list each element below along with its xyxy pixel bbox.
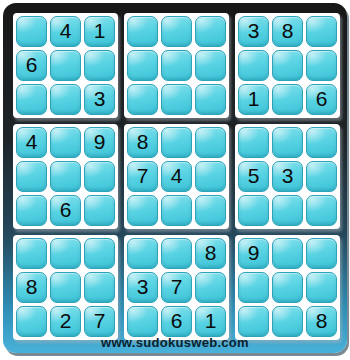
cell-r1c1[interactable] xyxy=(16,16,47,47)
cell-r2c5[interactable] xyxy=(161,50,192,81)
given-digit: 1 xyxy=(248,88,260,109)
box-r3c3: 98 xyxy=(235,235,340,340)
cell-r2c1[interactable]: 6 xyxy=(16,50,47,81)
cell-r9c3[interactable]: 7 xyxy=(84,306,115,337)
cell-r7c5[interactable] xyxy=(161,238,192,269)
given-digit: 3 xyxy=(137,276,149,297)
cell-r9c7[interactable] xyxy=(238,306,269,337)
cell-r7c4[interactable] xyxy=(127,238,158,269)
given-digit: 3 xyxy=(94,88,106,109)
given-digit: 9 xyxy=(94,131,106,152)
given-digit: 6 xyxy=(171,310,183,331)
cell-r8c1[interactable]: 8 xyxy=(16,272,47,303)
given-digit: 8 xyxy=(205,242,217,263)
cell-r8c9[interactable] xyxy=(306,272,337,303)
cell-r4c7[interactable] xyxy=(238,127,269,158)
cell-r2c8[interactable] xyxy=(272,50,303,81)
cell-r9c2[interactable]: 2 xyxy=(50,306,81,337)
given-digit: 8 xyxy=(282,20,294,41)
cell-r2c3[interactable] xyxy=(84,50,115,81)
cell-r4c1[interactable]: 4 xyxy=(16,127,47,158)
cell-r3c7[interactable]: 1 xyxy=(238,84,269,115)
cell-r6c6[interactable] xyxy=(195,195,226,226)
box-r2c1: 496 xyxy=(13,124,118,229)
cell-r6c4[interactable] xyxy=(127,195,158,226)
cell-r1c2[interactable]: 4 xyxy=(50,16,81,47)
sudoku-board-frame: 41633816496874538278376198 www.sudokuswe… xyxy=(3,3,347,353)
cell-r6c7[interactable] xyxy=(238,195,269,226)
given-digit: 1 xyxy=(205,310,217,331)
given-digit: 6 xyxy=(316,88,328,109)
cell-r2c7[interactable] xyxy=(238,50,269,81)
cell-r4c6[interactable] xyxy=(195,127,226,158)
cell-r5c7[interactable]: 5 xyxy=(238,161,269,192)
cell-r4c8[interactable] xyxy=(272,127,303,158)
cell-r8c4[interactable]: 3 xyxy=(127,272,158,303)
cell-r7c9[interactable] xyxy=(306,238,337,269)
cell-r4c2[interactable] xyxy=(50,127,81,158)
cell-r9c4[interactable] xyxy=(127,306,158,337)
given-digit: 7 xyxy=(171,276,183,297)
cell-r6c8[interactable] xyxy=(272,195,303,226)
cell-r3c2[interactable] xyxy=(50,84,81,115)
cell-r6c2[interactable]: 6 xyxy=(50,195,81,226)
cell-r2c9[interactable] xyxy=(306,50,337,81)
cell-r5c1[interactable] xyxy=(16,161,47,192)
cell-r6c1[interactable] xyxy=(16,195,47,226)
cell-r2c2[interactable] xyxy=(50,50,81,81)
given-digit: 3 xyxy=(282,165,294,186)
cell-r1c3[interactable]: 1 xyxy=(84,16,115,47)
cell-r4c9[interactable] xyxy=(306,127,337,158)
cell-r8c2[interactable] xyxy=(50,272,81,303)
box-r2c3: 53 xyxy=(235,124,340,229)
cell-r7c1[interactable] xyxy=(16,238,47,269)
cell-r1c5[interactable] xyxy=(161,16,192,47)
cell-r5c3[interactable] xyxy=(84,161,115,192)
given-digit: 9 xyxy=(248,242,260,263)
cell-r9c1[interactable] xyxy=(16,306,47,337)
given-digit: 4 xyxy=(171,165,183,186)
cell-r1c7[interactable]: 3 xyxy=(238,16,269,47)
box-r3c1: 827 xyxy=(13,235,118,340)
sudoku-grid: 41633816496874538278376198 xyxy=(13,13,340,340)
cell-r3c4[interactable] xyxy=(127,84,158,115)
cell-r5c6[interactable] xyxy=(195,161,226,192)
cell-r7c2[interactable] xyxy=(50,238,81,269)
given-digit: 8 xyxy=(26,276,38,297)
cell-r5c5[interactable]: 4 xyxy=(161,161,192,192)
cell-r5c9[interactable] xyxy=(306,161,337,192)
given-digit: 4 xyxy=(60,20,72,41)
cell-r6c5[interactable] xyxy=(161,195,192,226)
cell-r6c3[interactable] xyxy=(84,195,115,226)
cell-r8c7[interactable] xyxy=(238,272,269,303)
given-digit: 1 xyxy=(94,20,106,41)
cell-r1c4[interactable] xyxy=(127,16,158,47)
cell-r7c8[interactable] xyxy=(272,238,303,269)
cell-r4c3[interactable]: 9 xyxy=(84,127,115,158)
cell-r1c8[interactable]: 8 xyxy=(272,16,303,47)
cell-r3c9[interactable]: 6 xyxy=(306,84,337,115)
cell-r4c4[interactable]: 8 xyxy=(127,127,158,158)
cell-r5c4[interactable]: 7 xyxy=(127,161,158,192)
cell-r3c5[interactable] xyxy=(161,84,192,115)
cell-r9c8[interactable] xyxy=(272,306,303,337)
box-r1c1: 4163 xyxy=(13,13,118,118)
cell-r3c6[interactable] xyxy=(195,84,226,115)
cell-r8c6[interactable] xyxy=(195,272,226,303)
cell-r2c4[interactable] xyxy=(127,50,158,81)
given-digit: 3 xyxy=(248,20,260,41)
cell-r4c5[interactable] xyxy=(161,127,192,158)
cell-r7c7[interactable]: 9 xyxy=(238,238,269,269)
cell-r8c3[interactable] xyxy=(84,272,115,303)
cell-r5c8[interactable]: 3 xyxy=(272,161,303,192)
cell-r3c1[interactable] xyxy=(16,84,47,115)
box-r1c3: 3816 xyxy=(235,13,340,118)
cell-r3c8[interactable] xyxy=(272,84,303,115)
cell-r1c6[interactable] xyxy=(195,16,226,47)
given-digit: 6 xyxy=(26,54,38,75)
cell-r9c6[interactable]: 1 xyxy=(195,306,226,337)
cell-r7c6[interactable]: 8 xyxy=(195,238,226,269)
given-digit: 4 xyxy=(26,131,38,152)
cell-r3c3[interactable]: 3 xyxy=(84,84,115,115)
given-digit: 8 xyxy=(137,131,149,152)
given-digit: 5 xyxy=(248,165,260,186)
cell-r7c3[interactable] xyxy=(84,238,115,269)
box-r3c2: 83761 xyxy=(124,235,229,340)
cell-r8c8[interactable] xyxy=(272,272,303,303)
given-digit: 7 xyxy=(137,165,149,186)
given-digit: 8 xyxy=(316,310,328,331)
cell-r6c9[interactable] xyxy=(306,195,337,226)
given-digit: 7 xyxy=(94,310,106,331)
given-digit: 2 xyxy=(60,310,72,331)
cell-r5c2[interactable] xyxy=(50,161,81,192)
website-caption: www.sudokusweb.com xyxy=(3,335,347,350)
cell-r8c5[interactable]: 7 xyxy=(161,272,192,303)
box-r2c2: 874 xyxy=(124,124,229,229)
cell-r9c5[interactable]: 6 xyxy=(161,306,192,337)
cell-r1c9[interactable] xyxy=(306,16,337,47)
given-digit: 6 xyxy=(60,199,72,220)
cell-r2c6[interactable] xyxy=(195,50,226,81)
cell-r9c9[interactable]: 8 xyxy=(306,306,337,337)
box-r1c2 xyxy=(124,13,229,118)
